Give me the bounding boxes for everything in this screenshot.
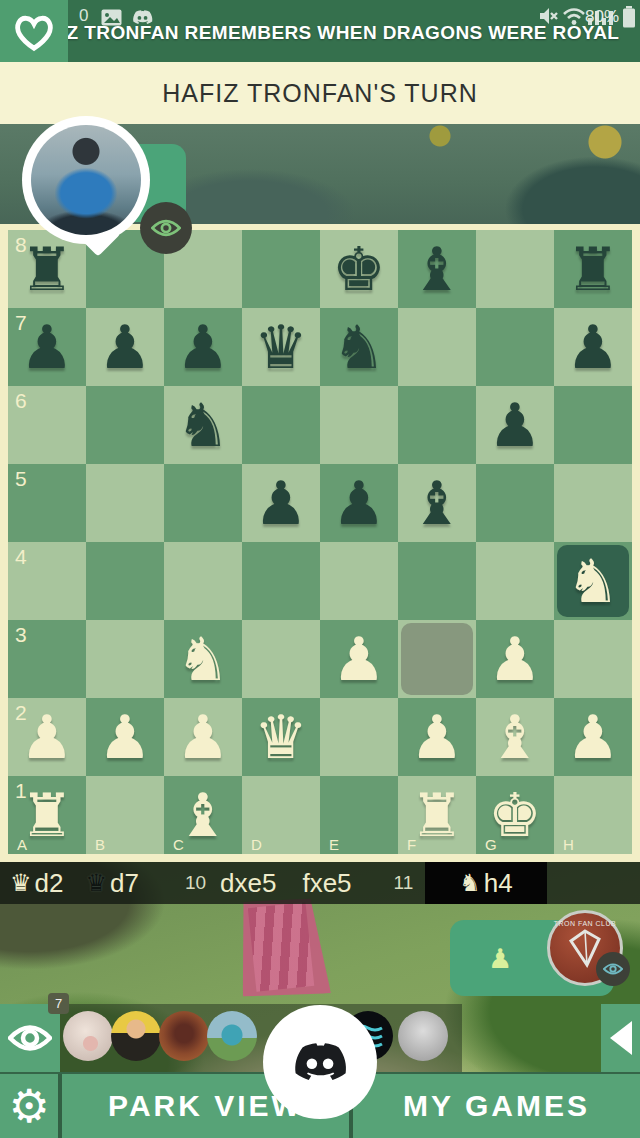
park-chair-slats — [248, 902, 314, 992]
black-knight-c6[interactable]: ♞ — [164, 386, 242, 464]
black-knight-e7[interactable]: ♞ — [320, 308, 398, 386]
move-text: d2 — [35, 868, 64, 899]
move-d7[interactable]: ♛d7 — [85, 862, 138, 904]
black-king-e8[interactable]: ♚ — [320, 230, 398, 308]
nav-my-games-button[interactable]: MY GAMES — [353, 1074, 640, 1138]
rank-label-6: 6 — [15, 389, 27, 413]
move-h4-current[interactable]: ♞h4 — [425, 862, 546, 904]
friend-avatar-red-scarf[interactable] — [159, 1011, 209, 1061]
square-b5[interactable] — [86, 464, 164, 542]
square-h7[interactable]: ♟ — [554, 308, 632, 386]
square-d8[interactable] — [242, 230, 320, 308]
move-d2[interactable]: ♛d2 — [10, 862, 63, 904]
square-f7[interactable] — [398, 308, 476, 386]
square-a6[interactable]: 6 — [8, 386, 86, 464]
square-h5[interactable] — [554, 464, 632, 542]
square-f5[interactable]: ♝ — [398, 464, 476, 542]
square-c3[interactable]: ♞ — [164, 620, 242, 698]
square-d7[interactable]: ♛ — [242, 308, 320, 386]
square-e8[interactable]: ♚ — [320, 230, 398, 308]
left-arrow-icon — [610, 1021, 632, 1055]
gear-icon: ⚙ — [8, 1083, 49, 1129]
square-f6[interactable] — [398, 386, 476, 464]
white-queen-icon: ♛ — [10, 871, 32, 895]
friend-avatar-cat[interactable] — [63, 1011, 113, 1061]
square-c6[interactable]: ♞ — [164, 386, 242, 464]
square-c2[interactable]: ♟ — [164, 698, 242, 776]
square-d4[interactable] — [242, 542, 320, 620]
square-d1[interactable]: D — [242, 776, 320, 854]
white-knight-c3[interactable]: ♞ — [164, 620, 242, 698]
friend-avatar-cartoon-guy[interactable] — [111, 1011, 161, 1061]
chess-park-app-screen: 53 0 80% HAFIZ TRONFAN REMEMBERS WHEN DR… — [0, 0, 640, 1138]
black-pawn-a7[interactable]: ♟ — [8, 308, 86, 386]
square-c1[interactable]: C♝ — [164, 776, 242, 854]
white-pawn-f2[interactable]: ♟ — [398, 698, 476, 776]
file-label-b: B — [95, 836, 105, 853]
friend-avatar-cyclist[interactable] — [207, 1011, 257, 1061]
black-pawn-c7[interactable]: ♟ — [164, 308, 242, 386]
opponent-visibility-eye-button[interactable] — [140, 202, 192, 254]
white-rook-f1[interactable]: ♜ — [398, 776, 476, 854]
discord-button[interactable] — [263, 1005, 377, 1119]
white-knight-icon: ♞ — [459, 871, 481, 895]
square-g5[interactable] — [476, 464, 554, 542]
white-pawn-h2[interactable]: ♟ — [554, 698, 632, 776]
white-bishop-g2[interactable]: ♝ — [476, 698, 554, 776]
last-move-from-highlight — [401, 623, 473, 695]
move-text: fxe5 — [302, 868, 351, 899]
player-visibility-eye-button[interactable] — [596, 952, 630, 986]
rank-label-3: 3 — [15, 623, 27, 647]
move-text: h4 — [484, 868, 513, 899]
white-rook-a1[interactable]: ♜ — [8, 776, 86, 854]
friends-count-badge: 7 — [48, 993, 69, 1014]
white-knight-h4[interactable]: ♞ — [554, 542, 632, 620]
square-f1[interactable]: F♜ — [398, 776, 476, 854]
event-banner-text: HAFIZ TRONFAN REMEMBERS WHEN DRAGONS WER… — [0, 22, 640, 44]
square-b7[interactable]: ♟ — [86, 308, 164, 386]
square-b4[interactable] — [86, 542, 164, 620]
chess-board: 8♜♚♝♜7♟♟♟♛♞♟6♞♟5♟♟♝4♞3♞♟♟2♟♟♟♛♟♝♟1A♜BC♝D… — [0, 224, 640, 862]
square-f3[interactable] — [398, 620, 476, 698]
club-badge-text: TRON FAN CLUB — [554, 920, 617, 927]
move-text: d7 — [110, 868, 139, 899]
square-h3[interactable] — [554, 620, 632, 698]
spectator-eye-button[interactable] — [0, 1004, 60, 1072]
file-label-d: D — [251, 836, 262, 853]
square-g7[interactable] — [476, 308, 554, 386]
friend-avatar-hidden-face[interactable] — [398, 1011, 448, 1061]
square-h2[interactable]: ♟ — [554, 698, 632, 776]
square-a7[interactable]: 7♟ — [8, 308, 86, 386]
move-number-10[interactable]: 10 — [185, 872, 206, 894]
square-b3[interactable] — [86, 620, 164, 698]
settings-button[interactable]: ⚙ — [0, 1074, 62, 1138]
square-a2[interactable]: 2♟ — [8, 698, 86, 776]
white-pawn-e3[interactable]: ♟ — [320, 620, 398, 698]
file-label-h: H — [563, 836, 574, 853]
square-f4[interactable] — [398, 542, 476, 620]
move-fxe5[interactable]: fxe5 — [302, 862, 351, 904]
square-b6[interactable] — [86, 386, 164, 464]
heart-icon — [11, 9, 57, 53]
move-text: dxe5 — [220, 868, 276, 899]
board-squares: 8♜♚♝♜7♟♟♟♛♞♟6♞♟5♟♟♝4♞3♞♟♟2♟♟♟♛♟♝♟1A♜BC♝D… — [8, 230, 632, 854]
square-g6[interactable]: ♟ — [476, 386, 554, 464]
square-c4[interactable] — [164, 542, 242, 620]
opponent-avatar-pin[interactable] — [22, 116, 150, 244]
square-d3[interactable] — [242, 620, 320, 698]
square-g8[interactable] — [476, 230, 554, 308]
square-c7[interactable]: ♟ — [164, 308, 242, 386]
square-d6[interactable] — [242, 386, 320, 464]
square-h4[interactable]: ♞ — [554, 542, 632, 620]
black-pawn-g6[interactable]: ♟ — [476, 386, 554, 464]
turn-text: HAFIZ TRONFAN'S TURN — [162, 79, 478, 108]
white-pawn-b2[interactable]: ♟ — [86, 698, 164, 776]
black-rook-h8[interactable]: ♜ — [554, 230, 632, 308]
favorite-heart-button[interactable] — [0, 0, 68, 62]
square-h8[interactable]: ♜ — [554, 230, 632, 308]
square-b2[interactable]: ♟ — [86, 698, 164, 776]
move-number-11[interactable]: 11 — [394, 872, 414, 894]
square-d2[interactable]: ♛ — [242, 698, 320, 776]
square-a3[interactable]: 3 — [8, 620, 86, 698]
black-queen-icon: ♛ — [85, 871, 107, 895]
white-pawn-c2[interactable]: ♟ — [164, 698, 242, 776]
black-queen-d7[interactable]: ♛ — [242, 308, 320, 386]
black-bishop-f5[interactable]: ♝ — [398, 464, 476, 542]
file-label-e: E — [329, 836, 339, 853]
square-g3[interactable]: ♟ — [476, 620, 554, 698]
black-pawn-d5[interactable]: ♟ — [242, 464, 320, 542]
square-h6[interactable] — [554, 386, 632, 464]
discord-icon — [290, 1040, 350, 1085]
square-g4[interactable] — [476, 542, 554, 620]
square-f2[interactable]: ♟ — [398, 698, 476, 776]
square-a4[interactable]: 4 — [8, 542, 86, 620]
move-dxe5[interactable]: dxe5 — [220, 862, 276, 904]
square-a1[interactable]: 1A♜ — [8, 776, 86, 854]
square-e1[interactable]: E — [320, 776, 398, 854]
square-h1[interactable]: H — [554, 776, 632, 854]
square-e4[interactable] — [320, 542, 398, 620]
white-queen-d2[interactable]: ♛ — [242, 698, 320, 776]
square-e5[interactable]: ♟ — [320, 464, 398, 542]
move-list-bar: ♛d2♛d710dxe5fxe511♞h4 — [0, 862, 640, 904]
square-a5[interactable]: 5 — [8, 464, 86, 542]
rank-label-5: 5 — [15, 467, 27, 491]
black-pawn-b7[interactable]: ♟ — [86, 308, 164, 386]
turn-indicator-bar: HAFIZ TRONFAN'S TURN — [0, 62, 640, 124]
square-e3[interactable]: ♟ — [320, 620, 398, 698]
square-g1[interactable]: G♚ — [476, 776, 554, 854]
square-e7[interactable]: ♞ — [320, 308, 398, 386]
white-pawn-a2[interactable]: ♟ — [8, 698, 86, 776]
black-pawn-e5[interactable]: ♟ — [320, 464, 398, 542]
collapse-strip-arrow-button[interactable] — [601, 1004, 640, 1072]
square-b1[interactable]: B — [86, 776, 164, 854]
square-e6[interactable] — [320, 386, 398, 464]
white-pawn-g3[interactable]: ♟ — [476, 620, 554, 698]
white-king-g1[interactable]: ♚ — [476, 776, 554, 854]
rank-label-4: 4 — [15, 545, 27, 569]
black-pawn-h7[interactable]: ♟ — [554, 308, 632, 386]
captured-pawn-icon: ♟ — [488, 945, 512, 972]
opponent-avatar-photo — [31, 125, 141, 235]
white-bishop-c1[interactable]: ♝ — [164, 776, 242, 854]
black-bishop-f8[interactable]: ♝ — [398, 230, 476, 308]
square-d5[interactable]: ♟ — [242, 464, 320, 542]
square-f8[interactable]: ♝ — [398, 230, 476, 308]
square-c5[interactable] — [164, 464, 242, 542]
square-e2[interactable] — [320, 698, 398, 776]
square-g2[interactable]: ♝ — [476, 698, 554, 776]
